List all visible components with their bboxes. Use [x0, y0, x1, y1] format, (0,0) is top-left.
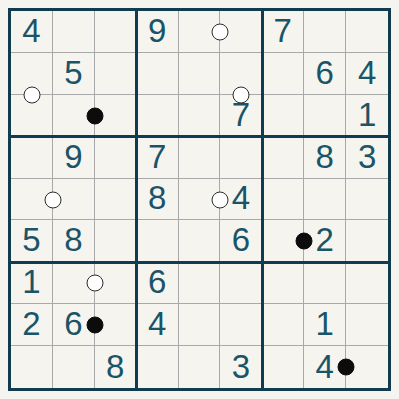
cell-r3c8[interactable] [304, 95, 346, 137]
cell-r8c5[interactable] [179, 304, 221, 346]
given-digit: 7 [148, 140, 166, 173]
cell-r6c2[interactable]: 8 [53, 220, 95, 262]
kropki-dot-white [86, 275, 103, 292]
given-digit: 2 [22, 307, 40, 340]
cell-r7c9[interactable] [346, 262, 388, 304]
kropki-dot-white [212, 191, 229, 208]
given-digit: 3 [232, 350, 250, 383]
cell-r6c1[interactable]: 5 [11, 220, 53, 262]
given-digit: 4 [148, 307, 166, 340]
cell-r3c7[interactable] [262, 95, 304, 137]
cell-r5c3[interactable] [95, 179, 137, 221]
cell-r3c5[interactable] [179, 95, 221, 137]
cell-r9c2[interactable] [53, 346, 95, 388]
cell-r8c4[interactable]: 4 [137, 304, 179, 346]
cell-r4c5[interactable] [179, 137, 221, 179]
cell-r1c3[interactable] [95, 11, 137, 53]
given-digit: 9 [64, 140, 82, 173]
cell-r4c7[interactable] [262, 137, 304, 179]
cell-r2c5[interactable] [179, 53, 221, 95]
given-digit: 6 [315, 56, 333, 89]
cell-r8c9[interactable] [346, 304, 388, 346]
cell-r1c4[interactable]: 9 [137, 11, 179, 53]
cell-r6c3[interactable] [95, 220, 137, 262]
cell-r4c1[interactable] [11, 137, 53, 179]
given-digit: 7 [274, 14, 292, 47]
kropki-dot-black [86, 317, 103, 334]
cell-r4c4[interactable]: 7 [137, 137, 179, 179]
cell-r9c5[interactable] [179, 346, 221, 388]
box-border-vertical-1 [135, 11, 138, 388]
sudoku-grid: 497564719783845862162641834 [11, 11, 388, 388]
cell-r1c2[interactable] [53, 11, 95, 53]
kropki-dot-white [212, 23, 229, 40]
cell-r1c1[interactable]: 4 [11, 11, 53, 53]
cell-r6c4[interactable] [137, 220, 179, 262]
cell-r4c9[interactable]: 3 [346, 137, 388, 179]
cell-r2c2[interactable]: 5 [53, 53, 95, 95]
kropki-dot-white [233, 86, 250, 103]
cell-r1c7[interactable]: 7 [262, 11, 304, 53]
given-digit: 5 [64, 56, 82, 89]
given-digit: 1 [315, 307, 333, 340]
cell-r6c9[interactable] [346, 220, 388, 262]
box-border-horizontal-1 [11, 135, 388, 138]
kropki-dot-black [86, 107, 103, 124]
cell-r2c4[interactable] [137, 53, 179, 95]
cell-r5c4[interactable]: 8 [137, 179, 179, 221]
cell-r8c8[interactable]: 1 [304, 304, 346, 346]
cell-r4c6[interactable] [220, 137, 262, 179]
given-digit: 6 [64, 307, 82, 340]
given-digit: 3 [358, 140, 376, 173]
sudoku-board: 497564719783845862162641834 [8, 8, 391, 391]
cell-r1c8[interactable] [304, 11, 346, 53]
kropki-dot-black [338, 359, 355, 376]
given-digit: 4 [22, 14, 40, 47]
given-digit: 6 [148, 265, 166, 298]
cell-r7c7[interactable] [262, 262, 304, 304]
given-digit: 4 [315, 350, 333, 383]
cell-r9c6[interactable]: 3 [220, 346, 262, 388]
cell-r9c1[interactable] [11, 346, 53, 388]
cell-r4c3[interactable] [95, 137, 137, 179]
cell-r7c5[interactable] [179, 262, 221, 304]
given-digit: 8 [106, 350, 124, 383]
cell-r1c9[interactable] [346, 11, 388, 53]
given-digit: 8 [315, 140, 333, 173]
kropki-dot-white [23, 86, 40, 103]
cell-r2c7[interactable] [262, 53, 304, 95]
cell-r8c6[interactable] [220, 304, 262, 346]
kropki-dot-white [44, 191, 61, 208]
given-digit: 1 [22, 265, 40, 298]
given-digit: 4 [358, 56, 376, 89]
cell-r7c6[interactable] [220, 262, 262, 304]
cell-r4c8[interactable]: 8 [304, 137, 346, 179]
cell-r8c1[interactable]: 2 [11, 304, 53, 346]
given-digit: 5 [22, 223, 40, 256]
box-border-vertical-2 [261, 11, 264, 388]
cell-r2c8[interactable]: 6 [304, 53, 346, 95]
cell-r9c7[interactable] [262, 346, 304, 388]
given-digit: 8 [148, 181, 166, 214]
given-digit: 8 [64, 223, 82, 256]
given-digit: 9 [148, 14, 166, 47]
given-digit: 4 [232, 181, 250, 214]
cell-r7c4[interactable]: 6 [137, 262, 179, 304]
given-digit: 1 [358, 98, 376, 131]
box-border-horizontal-2 [11, 261, 388, 264]
cell-r2c9[interactable]: 4 [346, 53, 388, 95]
cell-r2c3[interactable] [95, 53, 137, 95]
given-digit: 2 [315, 223, 333, 256]
cell-r3c9[interactable]: 1 [346, 95, 388, 137]
cell-r6c5[interactable] [179, 220, 221, 262]
cell-r8c7[interactable] [262, 304, 304, 346]
cell-r9c3[interactable]: 8 [95, 346, 137, 388]
cell-r5c8[interactable] [304, 179, 346, 221]
given-digit: 6 [232, 223, 250, 256]
cell-r5c7[interactable] [262, 179, 304, 221]
kropki-dot-black [296, 233, 313, 250]
cell-r5c9[interactable] [346, 179, 388, 221]
cell-r4c2[interactable]: 9 [53, 137, 95, 179]
cell-r7c1[interactable]: 1 [11, 262, 53, 304]
cell-r3c4[interactable] [137, 95, 179, 137]
cell-r7c8[interactable] [304, 262, 346, 304]
cell-r9c4[interactable] [137, 346, 179, 388]
cell-r6c6[interactable]: 6 [220, 220, 262, 262]
